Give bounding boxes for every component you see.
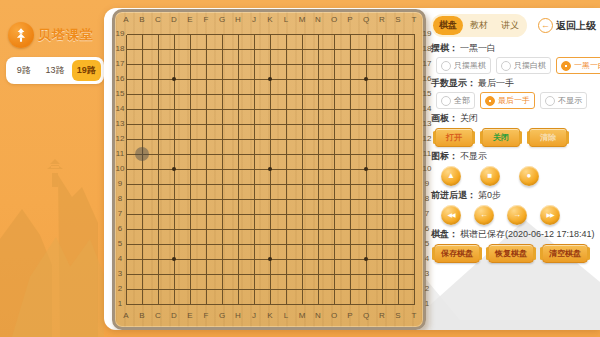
intersection-K1[interactable] (262, 297, 278, 312)
intersection-L2[interactable] (278, 282, 294, 297)
intersection-Q4[interactable] (358, 252, 374, 267)
intersection-L15[interactable] (278, 87, 294, 102)
intersection-N15[interactable] (310, 87, 326, 102)
intersection-G1[interactable] (214, 297, 230, 312)
intersection-L6[interactable] (278, 222, 294, 237)
intersection-J15[interactable] (246, 87, 262, 102)
intersection-E17[interactable] (182, 57, 198, 72)
intersection-T12[interactable] (406, 132, 422, 147)
intersection-O16[interactable] (326, 72, 342, 87)
intersection-M16[interactable] (294, 72, 310, 87)
intersection-N11[interactable] (310, 147, 326, 162)
intersection-K15[interactable] (262, 87, 278, 102)
intersection-R12[interactable] (374, 132, 390, 147)
intersection-D4[interactable] (166, 252, 182, 267)
intersection-R1[interactable] (374, 297, 390, 312)
intersection-K2[interactable] (262, 282, 278, 297)
intersection-F14[interactable] (198, 102, 214, 117)
intersection-R15[interactable] (374, 87, 390, 102)
intersection-A18[interactable] (118, 42, 134, 57)
intersection-K6[interactable] (262, 222, 278, 237)
intersection-K4[interactable] (262, 252, 278, 267)
intersection-Q3[interactable] (358, 267, 374, 282)
intersection-J10[interactable] (246, 162, 262, 177)
intersection-E6[interactable] (182, 222, 198, 237)
intersection-M4[interactable] (294, 252, 310, 267)
intersection-Q1[interactable] (358, 297, 374, 312)
intersection-C12[interactable] (150, 132, 166, 147)
intersection-A16[interactable] (118, 72, 134, 87)
intersection-L5[interactable] (278, 237, 294, 252)
intersection-P19[interactable] (342, 27, 358, 42)
intersection-H7[interactable] (230, 207, 246, 222)
intersection-E2[interactable] (182, 282, 198, 297)
intersection-D3[interactable] (166, 267, 182, 282)
intersection-S8[interactable] (390, 192, 406, 207)
intersection-S5[interactable] (390, 237, 406, 252)
intersection-Q15[interactable] (358, 87, 374, 102)
intersection-M19[interactable] (294, 27, 310, 42)
intersection-A11[interactable] (118, 147, 134, 162)
intersection-F5[interactable] (198, 237, 214, 252)
intersection-B1[interactable] (134, 297, 150, 312)
intersection-P3[interactable] (342, 267, 358, 282)
intersection-N18[interactable] (310, 42, 326, 57)
intersection-O7[interactable] (326, 207, 342, 222)
intersection-P11[interactable] (342, 147, 358, 162)
intersection-L3[interactable] (278, 267, 294, 282)
radio-最后一手[interactable]: 最后一手 (480, 92, 535, 109)
intersection-J17[interactable] (246, 57, 262, 72)
intersection-M8[interactable] (294, 192, 310, 207)
intersection-C1[interactable] (150, 297, 166, 312)
intersection-B18[interactable] (134, 42, 150, 57)
intersection-Q12[interactable] (358, 132, 374, 147)
intersection-N19[interactable] (310, 27, 326, 42)
intersection-T18[interactable] (406, 42, 422, 57)
intersection-E3[interactable] (182, 267, 198, 282)
intersection-J19[interactable] (246, 27, 262, 42)
intersection-L7[interactable] (278, 207, 294, 222)
backward-button[interactable]: ← (474, 205, 494, 225)
intersection-E9[interactable] (182, 177, 198, 192)
intersection-C8[interactable] (150, 192, 166, 207)
intersection-T7[interactable] (406, 207, 422, 222)
radio-只摆黑棋[interactable]: 只摆黑棋 (436, 57, 491, 74)
intersection-H1[interactable] (230, 297, 246, 312)
ribbon-button-清空棋盘[interactable]: 清空棋盘 (542, 244, 588, 263)
intersection-D2[interactable] (166, 282, 182, 297)
intersection-N2[interactable] (310, 282, 326, 297)
intersection-M11[interactable] (294, 147, 310, 162)
intersection-A6[interactable] (118, 222, 134, 237)
intersection-M6[interactable] (294, 222, 310, 237)
drawboard-button-关闭[interactable]: 关闭 (482, 128, 520, 147)
intersection-G10[interactable] (214, 162, 230, 177)
intersection-D19[interactable] (166, 27, 182, 42)
intersection-A4[interactable] (118, 252, 134, 267)
intersection-E5[interactable] (182, 237, 198, 252)
intersection-S17[interactable] (390, 57, 406, 72)
intersection-T17[interactable] (406, 57, 422, 72)
intersection-T6[interactable] (406, 222, 422, 237)
intersection-R18[interactable] (374, 42, 390, 57)
intersection-K3[interactable] (262, 267, 278, 282)
intersection-F2[interactable] (198, 282, 214, 297)
intersection-A15[interactable] (118, 87, 134, 102)
intersection-R8[interactable] (374, 192, 390, 207)
intersection-R19[interactable] (374, 27, 390, 42)
intersection-F3[interactable] (198, 267, 214, 282)
intersection-F9[interactable] (198, 177, 214, 192)
ribbon-button-保存棋盘[interactable]: 保存棋盘 (434, 244, 480, 263)
triangle-button[interactable]: ▲ (441, 166, 461, 186)
intersection-F1[interactable] (198, 297, 214, 312)
intersection-P16[interactable] (342, 72, 358, 87)
intersection-H17[interactable] (230, 57, 246, 72)
intersection-R10[interactable] (374, 162, 390, 177)
intersection-B7[interactable] (134, 207, 150, 222)
intersection-H9[interactable] (230, 177, 246, 192)
intersection-H4[interactable] (230, 252, 246, 267)
intersection-G5[interactable] (214, 237, 230, 252)
intersection-J5[interactable] (246, 237, 262, 252)
size-button-19路[interactable]: 19路 (72, 60, 101, 81)
intersection-C15[interactable] (150, 87, 166, 102)
intersection-P4[interactable] (342, 252, 358, 267)
intersection-F12[interactable] (198, 132, 214, 147)
intersection-Q18[interactable] (358, 42, 374, 57)
intersection-O18[interactable] (326, 42, 342, 57)
intersection-G7[interactable] (214, 207, 230, 222)
intersection-J3[interactable] (246, 267, 262, 282)
intersection-S10[interactable] (390, 162, 406, 177)
ribbon-button-恢复棋盘[interactable]: 恢复棋盘 (488, 244, 534, 263)
intersection-P9[interactable] (342, 177, 358, 192)
intersection-K12[interactable] (262, 132, 278, 147)
intersection-G6[interactable] (214, 222, 230, 237)
intersection-D15[interactable] (166, 87, 182, 102)
intersection-J2[interactable] (246, 282, 262, 297)
radio-不显示[interactable]: 不显示 (540, 92, 587, 109)
intersection-M17[interactable] (294, 57, 310, 72)
intersection-Q17[interactable] (358, 57, 374, 72)
intersection-G2[interactable] (214, 282, 230, 297)
intersection-K9[interactable] (262, 177, 278, 192)
intersection-T3[interactable] (406, 267, 422, 282)
intersection-P13[interactable] (342, 117, 358, 132)
intersection-L17[interactable] (278, 57, 294, 72)
intersection-P18[interactable] (342, 42, 358, 57)
intersection-A9[interactable] (118, 177, 134, 192)
intersection-F8[interactable] (198, 192, 214, 207)
intersection-E11[interactable] (182, 147, 198, 162)
intersection-N10[interactable] (310, 162, 326, 177)
intersection-O3[interactable] (326, 267, 342, 282)
intersection-S4[interactable] (390, 252, 406, 267)
intersection-C17[interactable] (150, 57, 166, 72)
intersection-G13[interactable] (214, 117, 230, 132)
intersection-A14[interactable] (118, 102, 134, 117)
size-button-9路[interactable]: 9路 (9, 60, 38, 81)
intersection-E14[interactable] (182, 102, 198, 117)
intersection-K19[interactable] (262, 27, 278, 42)
intersection-C4[interactable] (150, 252, 166, 267)
fast-forward-button[interactable]: ▶▶ (540, 205, 560, 225)
intersection-J7[interactable] (246, 207, 262, 222)
intersection-R5[interactable] (374, 237, 390, 252)
intersection-F15[interactable] (198, 87, 214, 102)
drawboard-button-清除[interactable]: 清除 (529, 128, 567, 147)
intersection-G11[interactable] (214, 147, 230, 162)
intersection-T15[interactable] (406, 87, 422, 102)
intersection-N17[interactable] (310, 57, 326, 72)
intersection-R9[interactable] (374, 177, 390, 192)
intersection-J18[interactable] (246, 42, 262, 57)
intersection-T13[interactable] (406, 117, 422, 132)
intersection-M12[interactable] (294, 132, 310, 147)
intersection-P10[interactable] (342, 162, 358, 177)
intersection-T16[interactable] (406, 72, 422, 87)
intersection-G18[interactable] (214, 42, 230, 57)
tab-textbook[interactable]: 教材 (464, 16, 494, 35)
intersection-O4[interactable] (326, 252, 342, 267)
intersection-J14[interactable] (246, 102, 262, 117)
intersection-H15[interactable] (230, 87, 246, 102)
intersection-D1[interactable] (166, 297, 182, 312)
intersection-O6[interactable] (326, 222, 342, 237)
radio-全部[interactable]: 全部 (436, 92, 475, 109)
intersection-H18[interactable] (230, 42, 246, 57)
square-button[interactable]: ■ (480, 166, 500, 186)
intersection-G12[interactable] (214, 132, 230, 147)
intersection-T11[interactable] (406, 147, 422, 162)
intersection-P6[interactable] (342, 222, 358, 237)
intersection-Q13[interactable] (358, 117, 374, 132)
intersection-T9[interactable] (406, 177, 422, 192)
intersection-P8[interactable] (342, 192, 358, 207)
intersection-M13[interactable] (294, 117, 310, 132)
intersection-Q14[interactable] (358, 102, 374, 117)
intersection-J13[interactable] (246, 117, 262, 132)
intersection-S18[interactable] (390, 42, 406, 57)
intersection-N6[interactable] (310, 222, 326, 237)
intersection-N7[interactable] (310, 207, 326, 222)
intersection-R7[interactable] (374, 207, 390, 222)
intersection-L19[interactable] (278, 27, 294, 42)
intersection-S3[interactable] (390, 267, 406, 282)
intersection-Q16[interactable] (358, 72, 374, 87)
intersection-R3[interactable] (374, 267, 390, 282)
intersection-O12[interactable] (326, 132, 342, 147)
intersection-Q11[interactable] (358, 147, 374, 162)
intersection-N12[interactable] (310, 132, 326, 147)
intersection-C7[interactable] (150, 207, 166, 222)
intersection-E19[interactable] (182, 27, 198, 42)
radio-只摆白棋[interactable]: 只摆白棋 (496, 57, 551, 74)
intersection-G16[interactable] (214, 72, 230, 87)
intersection-L9[interactable] (278, 177, 294, 192)
intersection-B5[interactable] (134, 237, 150, 252)
intersection-S15[interactable] (390, 87, 406, 102)
intersection-O9[interactable] (326, 177, 342, 192)
intersection-D18[interactable] (166, 42, 182, 57)
intersection-T14[interactable] (406, 102, 422, 117)
intersection-J6[interactable] (246, 222, 262, 237)
intersection-A10[interactable] (118, 162, 134, 177)
intersection-A5[interactable] (118, 237, 134, 252)
intersection-J9[interactable] (246, 177, 262, 192)
radio-一黑一白[interactable]: 一黑一白 (556, 57, 600, 74)
intersection-C14[interactable] (150, 102, 166, 117)
intersection-T2[interactable] (406, 282, 422, 297)
intersection-B8[interactable] (134, 192, 150, 207)
intersection-J12[interactable] (246, 132, 262, 147)
intersection-L8[interactable] (278, 192, 294, 207)
intersection-O14[interactable] (326, 102, 342, 117)
intersection-G8[interactable] (214, 192, 230, 207)
intersection-A7[interactable] (118, 207, 134, 222)
intersection-M14[interactable] (294, 102, 310, 117)
back-button[interactable]: ← 返回上级 (538, 18, 596, 33)
intersection-R11[interactable] (374, 147, 390, 162)
forward-button[interactable]: → (507, 205, 527, 225)
intersection-B12[interactable] (134, 132, 150, 147)
intersection-S1[interactable] (390, 297, 406, 312)
intersection-K5[interactable] (262, 237, 278, 252)
intersection-S6[interactable] (390, 222, 406, 237)
intersection-C3[interactable] (150, 267, 166, 282)
intersection-A13[interactable] (118, 117, 134, 132)
intersection-S9[interactable] (390, 177, 406, 192)
intersection-P14[interactable] (342, 102, 358, 117)
intersection-M1[interactable] (294, 297, 310, 312)
intersection-B19[interactable] (134, 27, 150, 42)
intersection-J1[interactable] (246, 297, 262, 312)
intersection-H11[interactable] (230, 147, 246, 162)
intersection-D11[interactable] (166, 147, 182, 162)
intersection-T8[interactable] (406, 192, 422, 207)
intersection-L12[interactable] (278, 132, 294, 147)
intersection-Q10[interactable] (358, 162, 374, 177)
intersection-S2[interactable] (390, 282, 406, 297)
intersection-R16[interactable] (374, 72, 390, 87)
intersection-K8[interactable] (262, 192, 278, 207)
intersection-G4[interactable] (214, 252, 230, 267)
intersection-D12[interactable] (166, 132, 182, 147)
intersection-B15[interactable] (134, 87, 150, 102)
intersection-H5[interactable] (230, 237, 246, 252)
intersection-B9[interactable] (134, 177, 150, 192)
intersection-S7[interactable] (390, 207, 406, 222)
intersection-P2[interactable] (342, 282, 358, 297)
intersection-N1[interactable] (310, 297, 326, 312)
intersection-D16[interactable] (166, 72, 182, 87)
intersection-F13[interactable] (198, 117, 214, 132)
intersection-L14[interactable] (278, 102, 294, 117)
intersection-P15[interactable] (342, 87, 358, 102)
intersection-O19[interactable] (326, 27, 342, 42)
intersection-M3[interactable] (294, 267, 310, 282)
intersection-K14[interactable] (262, 102, 278, 117)
intersection-A19[interactable] (118, 27, 134, 42)
intersection-G15[interactable] (214, 87, 230, 102)
intersection-S13[interactable] (390, 117, 406, 132)
intersection-D13[interactable] (166, 117, 182, 132)
intersection-A1[interactable] (118, 297, 134, 312)
intersection-B6[interactable] (134, 222, 150, 237)
intersection-P1[interactable] (342, 297, 358, 312)
intersection-E4[interactable] (182, 252, 198, 267)
intersection-S12[interactable] (390, 132, 406, 147)
intersection-M15[interactable] (294, 87, 310, 102)
intersection-O17[interactable] (326, 57, 342, 72)
intersection-C13[interactable] (150, 117, 166, 132)
intersection-B3[interactable] (134, 267, 150, 282)
intersection-J16[interactable] (246, 72, 262, 87)
intersection-F11[interactable] (198, 147, 214, 162)
intersection-S16[interactable] (390, 72, 406, 87)
intersection-N14[interactable] (310, 102, 326, 117)
intersection-N5[interactable] (310, 237, 326, 252)
intersection-Q5[interactable] (358, 237, 374, 252)
intersection-L4[interactable] (278, 252, 294, 267)
intersection-A17[interactable] (118, 57, 134, 72)
intersection-A8[interactable] (118, 192, 134, 207)
intersection-E1[interactable] (182, 297, 198, 312)
intersection-O15[interactable] (326, 87, 342, 102)
intersection-N3[interactable] (310, 267, 326, 282)
intersection-K13[interactable] (262, 117, 278, 132)
intersection-D9[interactable] (166, 177, 182, 192)
intersection-E12[interactable] (182, 132, 198, 147)
intersection-T19[interactable] (406, 27, 422, 42)
intersection-O8[interactable] (326, 192, 342, 207)
intersection-S11[interactable] (390, 147, 406, 162)
tab-handout[interactable]: 讲义 (495, 16, 525, 35)
circle-button[interactable]: ● (519, 166, 539, 186)
intersection-C11[interactable] (150, 147, 166, 162)
intersection-N13[interactable] (310, 117, 326, 132)
intersection-O13[interactable] (326, 117, 342, 132)
intersection-H6[interactable] (230, 222, 246, 237)
intersection-L1[interactable] (278, 297, 294, 312)
intersection-N16[interactable] (310, 72, 326, 87)
intersection-E7[interactable] (182, 207, 198, 222)
intersection-O10[interactable] (326, 162, 342, 177)
intersection-C2[interactable] (150, 282, 166, 297)
intersection-R13[interactable] (374, 117, 390, 132)
intersection-F16[interactable] (198, 72, 214, 87)
intersection-S19[interactable] (390, 27, 406, 42)
size-button-13路[interactable]: 13路 (40, 60, 69, 81)
intersection-Q19[interactable] (358, 27, 374, 42)
intersection-D6[interactable] (166, 222, 182, 237)
intersection-O1[interactable] (326, 297, 342, 312)
intersection-H8[interactable] (230, 192, 246, 207)
intersection-G3[interactable] (214, 267, 230, 282)
intersection-G9[interactable] (214, 177, 230, 192)
intersection-A12[interactable] (118, 132, 134, 147)
intersection-B10[interactable] (134, 162, 150, 177)
intersection-E10[interactable] (182, 162, 198, 177)
intersection-C18[interactable] (150, 42, 166, 57)
intersection-C19[interactable] (150, 27, 166, 42)
intersection-J4[interactable] (246, 252, 262, 267)
intersection-D14[interactable] (166, 102, 182, 117)
intersection-F17[interactable] (198, 57, 214, 72)
intersection-C6[interactable] (150, 222, 166, 237)
